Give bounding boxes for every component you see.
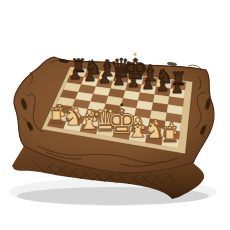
- chess-case: [0, 0, 230, 230]
- product-photo: ♜♞♝♛♚♝♞♜♟♟♟♟♟♟♟♟♟♟♟♟♟♟♟♟♜♞♝♛♚♝♞♜: [0, 0, 230, 230]
